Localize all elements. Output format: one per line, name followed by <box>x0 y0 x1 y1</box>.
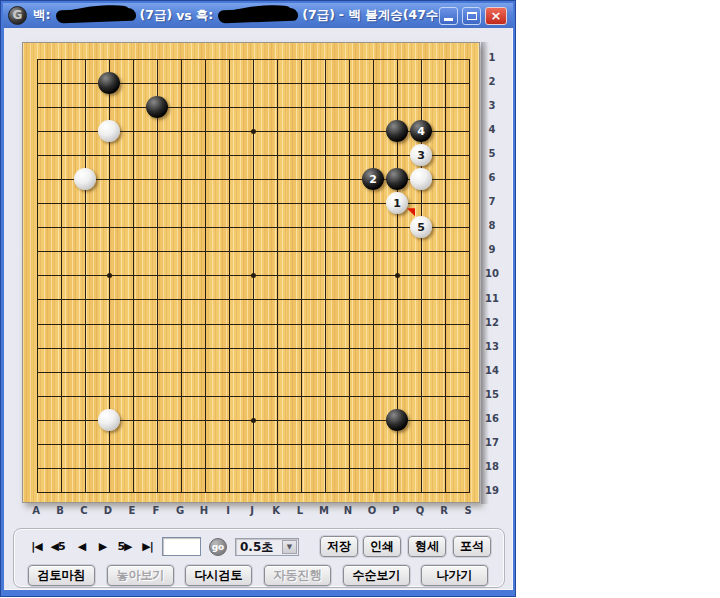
stone-F3-black <box>146 96 168 118</box>
title-bar: G 백: (7급) vs 흑: (7급) - 백 불계승(47수) × <box>3 3 513 28</box>
row-label-5: 5 <box>482 148 502 159</box>
column-label-Q: Q <box>412 505 428 516</box>
column-label-K: K <box>268 505 284 516</box>
delay-value: 0.5초 <box>240 540 273 554</box>
auto-play-button: 자동진행 <box>264 565 331 586</box>
stone-D16-white <box>98 409 120 431</box>
column-label-B: B <box>52 505 68 516</box>
column-label-R: R <box>436 505 452 516</box>
column-label-H: H <box>196 505 212 516</box>
stone-D2-black <box>98 72 120 94</box>
column-label-E: E <box>124 505 140 516</box>
row-label-7: 7 <box>482 196 502 207</box>
minimize-button[interactable] <box>439 7 458 25</box>
delay-dropdown[interactable]: 0.5초 ▼ <box>235 538 299 556</box>
exit-button[interactable]: 나가기 <box>421 565 488 586</box>
column-label-O: O <box>364 505 380 516</box>
client-area: 43215 |◀ ◀5 ◀ ▶ 5▶ ▶| go 0.5초 ▼ 저장 인쇄 형세… <box>4 28 513 590</box>
estimate-button[interactable]: 형세 <box>408 536 446 557</box>
column-label-G: G <box>172 505 188 516</box>
print-button[interactable]: 인쇄 <box>363 536 401 557</box>
row-label-18: 18 <box>482 461 502 472</box>
maximize-button[interactable] <box>462 7 481 25</box>
nav-back-button[interactable]: ◀ <box>71 539 92 554</box>
row-label-14: 14 <box>482 365 502 376</box>
nav-last-button[interactable]: ▶| <box>137 539 158 554</box>
column-label-D: D <box>100 505 116 516</box>
column-label-I: I <box>220 505 236 516</box>
column-label-F: F <box>148 505 164 516</box>
stone-P16-black <box>386 409 408 431</box>
close-button[interactable]: × <box>485 7 507 25</box>
row-label-10: 10 <box>482 268 502 279</box>
title-result: - 백 불계승(47수) <box>339 7 444 24</box>
column-label-N: N <box>340 505 356 516</box>
maximize-icon <box>467 12 477 20</box>
nav-forward5-button[interactable]: 5▶ <box>114 539 135 554</box>
try-moves-button: 놓아보기 <box>107 565 174 586</box>
row-label-12: 12 <box>482 317 502 328</box>
column-label-L: L <box>292 505 308 516</box>
control-panel: |◀ ◀5 ◀ ▶ 5▶ ▶| go 0.5초 ▼ 저장 인쇄 형세 포석 검토… <box>13 528 505 588</box>
save-button[interactable]: 저장 <box>320 536 358 557</box>
row-label-15: 15 <box>482 389 502 400</box>
column-label-M: M <box>316 505 332 516</box>
window-title: 백: (7급) vs 흑: (7급) - 백 불계승(47수) <box>33 7 448 24</box>
end-review-button[interactable]: 검토마침 <box>28 565 95 586</box>
row-label-19: 19 <box>482 485 502 496</box>
stone-Q4-black: 4 <box>410 120 432 142</box>
stone-P4-black <box>386 120 408 142</box>
chevron-down-icon: ▼ <box>282 540 297 554</box>
redacted-white-player-name <box>56 8 136 23</box>
title-vs: vs <box>176 8 192 23</box>
row-label-9: 9 <box>482 244 502 255</box>
redacted-black-player-name <box>218 8 298 23</box>
game-review-window: G 백: (7급) vs 흑: (7급) - 백 불계승(47수) × 4321… <box>0 0 516 597</box>
row-label-8: 8 <box>482 220 502 231</box>
row-label-11: 11 <box>482 293 502 304</box>
column-label-S: S <box>460 505 476 516</box>
title-black-rank: (7급) <box>302 7 335 24</box>
column-label-C: C <box>76 505 92 516</box>
stone-D4-white <box>98 120 120 142</box>
window-controls: × <box>439 7 507 25</box>
row-label-13: 13 <box>482 341 502 352</box>
row-label-16: 16 <box>482 413 502 424</box>
fuseki-button[interactable]: 포석 <box>453 536 491 557</box>
nav-first-button[interactable]: |◀ <box>26 539 47 554</box>
column-label-P: P <box>388 505 404 516</box>
app-logo-icon: G <box>8 6 27 25</box>
row-label-6: 6 <box>482 172 502 183</box>
move-list-button[interactable]: 수순보기 <box>343 565 410 586</box>
title-white-rank: (7급) <box>140 7 173 24</box>
title-white-label: 백: <box>33 7 51 24</box>
row-label-3: 3 <box>482 100 502 111</box>
row-label-4: 4 <box>482 124 502 135</box>
row-label-1: 1 <box>482 52 502 63</box>
column-label-J: J <box>244 505 260 516</box>
row-label-2: 2 <box>482 76 502 87</box>
nav-forward-button[interactable]: ▶ <box>92 539 113 554</box>
go-button[interactable]: go <box>209 538 227 556</box>
title-black-label: 흑: <box>196 7 214 24</box>
star-point-J16 <box>251 418 256 423</box>
row-label-17: 17 <box>482 437 502 448</box>
move-number-input[interactable] <box>162 537 201 556</box>
minimize-icon <box>444 18 453 21</box>
nav-back5-button[interactable]: ◀5 <box>47 539 68 554</box>
column-label-A: A <box>28 505 44 516</box>
go-board[interactable]: 43215 <box>22 42 480 503</box>
review-again-button[interactable]: 다시검토 <box>185 565 252 586</box>
